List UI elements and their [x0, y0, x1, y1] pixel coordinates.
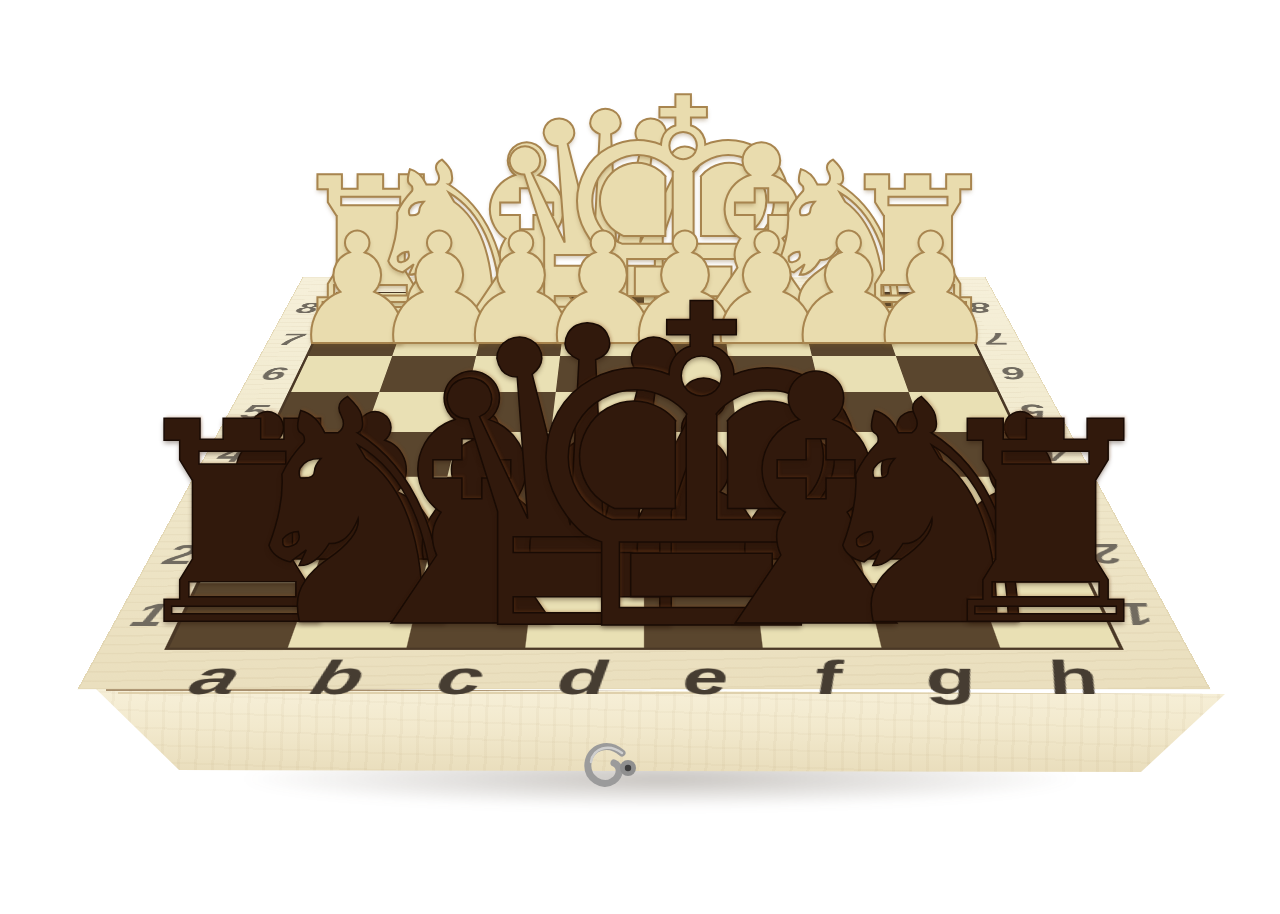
square-e1: [644, 583, 763, 647]
square-d3: [540, 477, 644, 527]
rank-label-right-3: 3: [1058, 487, 1101, 516]
square-g3: [841, 477, 957, 527]
square-e2: [644, 527, 755, 584]
square-e4: [644, 432, 742, 477]
square-c5: [458, 392, 556, 432]
square-g4: [830, 432, 939, 477]
rank-label-left-2: 2: [158, 538, 204, 571]
square-b1: [288, 583, 422, 647]
square-d4: [546, 432, 644, 477]
rank-label-left-3: 3: [187, 487, 230, 516]
square-a3: [227, 477, 349, 527]
square-e7: [644, 323, 728, 356]
square-e6: [644, 356, 732, 392]
square-b2: [311, 527, 436, 584]
square-c2: [422, 527, 540, 584]
square-a5: [272, 392, 379, 432]
square-f3: [742, 477, 852, 527]
file-label-a: a: [141, 650, 287, 706]
square-c8: [484, 293, 568, 323]
square-b7: [392, 323, 484, 356]
square-c4: [447, 432, 551, 477]
square-a8: [324, 293, 415, 323]
rank-label-right-8: 8: [965, 299, 995, 316]
square-f5: [732, 392, 830, 432]
square-g7: [804, 323, 896, 356]
square-h5: [909, 392, 1016, 432]
rank-label-right-5: 5: [1015, 400, 1052, 423]
file-labels-front: abcdefgh: [150, 650, 1139, 689]
square-g2: [853, 527, 978, 584]
square-c7: [476, 323, 564, 356]
rank-label-left-4: 4: [213, 441, 253, 467]
square-a2: [200, 527, 331, 584]
square-b3: [331, 477, 447, 527]
file-label-d: d: [518, 650, 644, 706]
square-f4: [737, 432, 841, 477]
square-g5: [820, 392, 923, 432]
square-d2: [533, 527, 644, 584]
square-h8: [873, 293, 964, 323]
square-a7: [308, 323, 404, 356]
square-e3: [644, 477, 748, 527]
square-e8: [644, 293, 724, 323]
chess-set-photo: abcdefgh 87654321 12345678 ♜♞♝♛♚♝♞♜♟♟♟♟♟…: [0, 0, 1280, 914]
file-label-f: f: [763, 650, 895, 706]
square-h4: [923, 432, 1037, 477]
square-b8: [404, 293, 491, 323]
square-h7: [884, 323, 980, 356]
rank-label-right-2: 2: [1084, 538, 1130, 571]
rank-label-left-7: 7: [275, 330, 307, 349]
square-h6: [896, 356, 997, 392]
square-f7: [724, 323, 812, 356]
square-e5: [644, 392, 737, 432]
file-label-g: g: [882, 650, 1021, 706]
square-b6: [379, 356, 476, 392]
square-a6: [291, 356, 392, 392]
square-h3: [939, 477, 1061, 527]
square-c3: [435, 477, 545, 527]
square-d6: [556, 356, 644, 392]
square-g6: [812, 356, 909, 392]
rank-label-left-1: 1: [125, 596, 176, 633]
rank-label-left-5: 5: [236, 400, 273, 423]
square-a4: [251, 432, 365, 477]
square-f1: [755, 583, 881, 647]
square-c6: [468, 356, 561, 392]
square-f6: [728, 356, 821, 392]
file-label-b: b: [267, 650, 406, 706]
rank-label-left-6: 6: [257, 363, 291, 384]
square-f8: [720, 293, 804, 323]
rank-label-right-6: 6: [997, 363, 1031, 384]
square-b4: [349, 432, 458, 477]
rank-label-right-4: 4: [1036, 441, 1076, 467]
square-d5: [551, 392, 644, 432]
square-b5: [365, 392, 468, 432]
square-d8: [564, 293, 644, 323]
board-perspective-stage: abcdefgh 87654321 12345678: [0, 0, 1280, 914]
rank-label-left-8: 8: [292, 299, 322, 316]
rank-label-right-1: 1: [1113, 596, 1164, 633]
square-d1: [525, 583, 644, 647]
file-label-e: e: [644, 650, 770, 706]
square-f2: [748, 527, 866, 584]
square-g8: [797, 293, 884, 323]
square-c1: [407, 583, 533, 647]
rank-label-right-7: 7: [980, 330, 1012, 349]
file-label-c: c: [393, 650, 525, 706]
chess-board: abcdefgh 87654321 12345678: [79, 277, 1209, 688]
square-d7: [560, 323, 644, 356]
